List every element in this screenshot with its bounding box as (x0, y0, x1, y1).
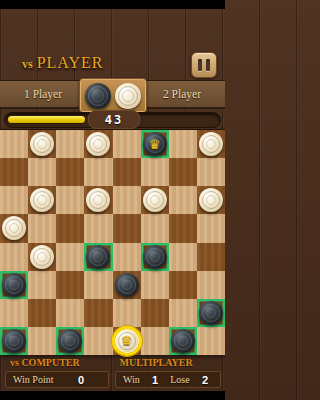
square-r4c2[interactable] (56, 243, 84, 271)
square-r4c1[interactable] (28, 243, 56, 271)
win-point-panel: Win Point 0 (5, 371, 109, 388)
square-r1c4[interactable] (113, 158, 141, 186)
lose-label: Lose (170, 374, 189, 385)
timer-fill (8, 116, 85, 123)
black-man[interactable] (143, 245, 167, 269)
square-r0c4[interactable] (113, 130, 141, 158)
white-man[interactable] (30, 245, 54, 269)
square-r2c2[interactable] (56, 186, 84, 214)
black-man[interactable] (199, 301, 223, 325)
square-r6c2[interactable] (56, 299, 84, 327)
square-r7c3[interactable] (84, 327, 112, 355)
white-man[interactable] (30, 188, 54, 212)
win-point-label: Win Point (13, 374, 53, 385)
square-r6c1[interactable] (28, 299, 56, 327)
white-king[interactable]: ♛ (115, 329, 139, 353)
square-r3c5[interactable] (141, 214, 169, 242)
black-man[interactable] (171, 329, 195, 353)
stats-panels: Win Point 0 Win 1 Lose 2 (5, 371, 221, 388)
square-r2c3[interactable] (84, 186, 112, 214)
square-r2c5[interactable] (141, 186, 169, 214)
square-r0c6[interactable] (169, 130, 197, 158)
black-man[interactable] (115, 273, 139, 297)
square-r6c5[interactable] (141, 299, 169, 327)
white-checker-icon (115, 83, 141, 109)
square-r0c1[interactable] (28, 130, 56, 158)
multiplayer-label[interactable]: MULTIPLAYER (113, 357, 226, 368)
square-r4c4[interactable] (113, 243, 141, 271)
player1-label: 1 Player (24, 88, 62, 100)
win-lose-panel: Win 1 Lose 2 (115, 371, 221, 388)
bottom-status-strip (0, 391, 225, 400)
square-r3c3[interactable] (84, 214, 112, 242)
square-r1c3[interactable] (84, 158, 112, 186)
match-title-main: PLAYER (37, 54, 104, 71)
square-r2c6[interactable] (169, 186, 197, 214)
white-man[interactable] (2, 216, 26, 240)
square-r0c2[interactable] (56, 130, 84, 158)
square-r5c0[interactable] (0, 271, 28, 299)
match-title: vs PLAYER (22, 54, 103, 72)
square-r6c0[interactable] (0, 299, 28, 327)
square-r7c4[interactable]: ♛ (113, 327, 141, 355)
square-r4c5[interactable] (141, 243, 169, 271)
square-r2c7[interactable] (197, 186, 225, 214)
square-r1c5[interactable] (141, 158, 169, 186)
square-r7c5[interactable] (141, 327, 169, 355)
crown-icon: ♛ (143, 132, 167, 156)
square-r4c7[interactable] (197, 243, 225, 271)
square-r7c7[interactable] (197, 327, 225, 355)
square-r3c6[interactable] (169, 214, 197, 242)
win-label: Win (123, 374, 140, 385)
square-r4c3[interactable] (84, 243, 112, 271)
pause-icon (206, 59, 210, 71)
square-r6c4[interactable] (113, 299, 141, 327)
square-r5c1[interactable] (28, 271, 56, 299)
white-man[interactable] (86, 188, 110, 212)
win-point-value: 0 (78, 374, 84, 386)
lose-value: 2 (202, 374, 208, 386)
square-r5c3[interactable] (84, 271, 112, 299)
square-r6c7[interactable] (197, 299, 225, 327)
square-r6c3[interactable] (84, 299, 112, 327)
square-r0c3[interactable] (84, 130, 112, 158)
square-r1c6[interactable] (169, 158, 197, 186)
crown-icon: ♛ (115, 329, 139, 353)
turn-indicator (79, 78, 147, 113)
top-status-strip (0, 0, 225, 9)
square-r7c1[interactable] (28, 327, 56, 355)
square-r5c6[interactable] (169, 271, 197, 299)
square-r5c7[interactable] (197, 271, 225, 299)
square-r3c0[interactable] (0, 214, 28, 242)
square-r1c2[interactable] (56, 158, 84, 186)
checkers-board[interactable]: ♛♛ (0, 129, 225, 355)
square-r5c4[interactable] (113, 271, 141, 299)
pause-icon (198, 59, 202, 71)
square-r3c7[interactable] (197, 214, 225, 242)
pause-button[interactable] (191, 52, 217, 78)
player2-label: 2 Player (163, 88, 201, 100)
win-value: 1 (152, 374, 158, 386)
square-r6c6[interactable] (169, 299, 197, 327)
black-checker-icon (85, 83, 111, 109)
footer-tabs: vs COMPUTER MULTIPLAYER (0, 357, 225, 368)
square-r0c7[interactable] (197, 130, 225, 158)
square-r1c1[interactable] (28, 158, 56, 186)
white-man[interactable] (199, 188, 223, 212)
square-r1c7[interactable] (197, 158, 225, 186)
square-r3c1[interactable] (28, 214, 56, 242)
square-r4c0[interactable] (0, 243, 28, 271)
square-r0c5[interactable]: ♛ (141, 130, 169, 158)
match-title-prefix: vs (22, 57, 33, 71)
black-man[interactable] (2, 273, 26, 297)
black-man[interactable] (58, 329, 82, 353)
square-r1c0[interactable] (0, 158, 28, 186)
square-r3c4[interactable] (113, 214, 141, 242)
white-man[interactable] (30, 132, 54, 156)
square-r4c6[interactable] (169, 243, 197, 271)
black-man[interactable] (2, 329, 26, 353)
square-r7c2[interactable] (56, 327, 84, 355)
black-king[interactable]: ♛ (143, 132, 167, 156)
white-man[interactable] (143, 188, 167, 212)
timer-value: 43 (88, 110, 140, 129)
square-r7c0[interactable] (0, 327, 28, 355)
vs-computer-label[interactable]: vs COMPUTER (0, 357, 113, 368)
square-r2c1[interactable] (28, 186, 56, 214)
black-man[interactable] (86, 245, 110, 269)
square-r2c4[interactable] (113, 186, 141, 214)
white-man[interactable] (86, 132, 110, 156)
square-r5c2[interactable] (56, 271, 84, 299)
square-r3c2[interactable] (56, 214, 84, 242)
square-r5c5[interactable] (141, 271, 169, 299)
square-r2c0[interactable] (0, 186, 28, 214)
square-r7c6[interactable] (169, 327, 197, 355)
white-man[interactable] (199, 132, 223, 156)
square-r0c0[interactable] (0, 130, 28, 158)
